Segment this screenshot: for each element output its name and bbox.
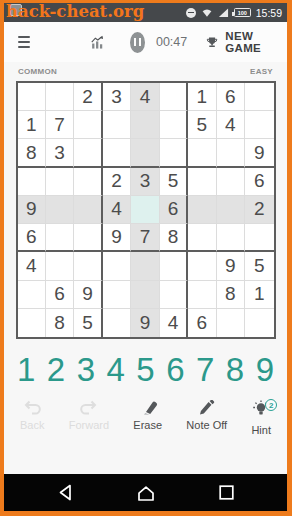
redo-icon (79, 400, 98, 415)
cell-r6c7[interactable] (188, 224, 216, 252)
numpad-key-5[interactable]: 5 (136, 353, 154, 386)
cell-r2c6[interactable] (160, 111, 188, 139)
cell-r9c6[interactable]: 4 (160, 309, 188, 337)
signal-icon (218, 7, 229, 18)
battery-icon: 100 (234, 8, 251, 17)
cell-r2c7[interactable]: 5 (188, 111, 216, 139)
cell-r8c1[interactable] (18, 281, 46, 309)
menu-icon[interactable] (18, 36, 30, 48)
cell-r3c5[interactable] (131, 139, 159, 167)
app-toolbar: 00:47 NEW GAME (4, 22, 287, 62)
numpad-key-3[interactable]: 3 (77, 353, 95, 386)
cell-r5c1[interactable]: 9 (18, 196, 46, 224)
cell-r3c6[interactable] (160, 139, 188, 167)
cell-r4c6[interactable]: 5 (160, 168, 188, 196)
timer: 00:47 (156, 35, 187, 49)
cell-r4c3[interactable] (74, 168, 102, 196)
cell-r3c8[interactable] (217, 139, 245, 167)
status-bar: hack-cheat.org 100 15:59 (4, 3, 287, 22)
cell-r1c3[interactable]: 2 (74, 83, 102, 111)
numpad-key-7[interactable]: 7 (196, 353, 214, 386)
cell-r7c7[interactable] (188, 252, 216, 280)
numpad-key-1[interactable]: 1 (17, 353, 35, 386)
eraser-icon (138, 400, 158, 415)
level-type: COMMON (18, 67, 57, 76)
cell-r8c7[interactable] (188, 281, 216, 309)
cell-r4c4[interactable]: 2 (103, 168, 131, 196)
cell-r7c2[interactable] (46, 252, 74, 280)
cell-r3c7[interactable] (188, 139, 216, 167)
new-game-button[interactable]: NEW GAME (225, 30, 273, 54)
cell-r5c6[interactable]: 6 (160, 196, 188, 224)
cell-r3c1[interactable]: 8 (18, 139, 46, 167)
cell-r1c6[interactable] (160, 83, 188, 111)
cell-r6c1[interactable]: 6 (18, 224, 46, 252)
cell-r2c3[interactable] (74, 111, 102, 139)
note-toggle-button[interactable]: Note Off (186, 396, 227, 446)
nav-home-button[interactable] (126, 485, 166, 501)
cell-r4c7[interactable] (188, 168, 216, 196)
erase-button[interactable]: Erase (133, 396, 162, 446)
cell-r4c1[interactable] (18, 168, 46, 196)
forward-button: Forward (69, 396, 109, 446)
nav-back-button[interactable] (45, 484, 85, 501)
recents-icon (219, 485, 234, 500)
numpad-key-2[interactable]: 2 (47, 353, 65, 386)
cell-r2c2[interactable]: 7 (46, 111, 74, 139)
sudoku-board: 234161754839235694626978495698185946 (16, 81, 276, 339)
cell-r1c4[interactable]: 3 (103, 83, 131, 111)
cell-r7c3[interactable] (74, 252, 102, 280)
cell-r7c1[interactable]: 4 (18, 252, 46, 280)
cell-r1c9[interactable] (245, 83, 273, 111)
cell-r2c4[interactable] (103, 111, 131, 139)
numpad-key-8[interactable]: 8 (226, 353, 244, 386)
cell-r4c8[interactable] (217, 168, 245, 196)
cell-r2c1[interactable]: 1 (18, 111, 46, 139)
cell-r2c9[interactable] (245, 111, 273, 139)
cell-r7c8[interactable]: 9 (217, 252, 245, 280)
cell-r6c6[interactable]: 8 (160, 224, 188, 252)
cell-r5c7[interactable] (188, 196, 216, 224)
cell-r8c3[interactable]: 9 (74, 281, 102, 309)
pause-button[interactable] (130, 32, 145, 53)
cell-r6c9[interactable] (245, 224, 273, 252)
cell-r2c8[interactable]: 4 (217, 111, 245, 139)
cell-r6c4[interactable]: 9 (103, 224, 131, 252)
cell-r5c2[interactable] (46, 196, 74, 224)
cell-r9c1[interactable] (18, 309, 46, 337)
phone-screen: hack-cheat.org 100 15:59 00:47 (0, 0, 292, 516)
undo-icon (23, 400, 42, 415)
status-time: 15:59 (256, 7, 282, 19)
cell-r5c3[interactable] (74, 196, 102, 224)
cell-r7c5[interactable] (131, 252, 159, 280)
watermark: hack-cheat.org (6, 4, 144, 21)
cell-r4c5[interactable]: 3 (131, 168, 159, 196)
cell-r5c8[interactable] (217, 196, 245, 224)
cell-r8c9[interactable]: 1 (245, 281, 273, 309)
cell-r1c2[interactable] (46, 83, 74, 111)
cell-r8c8[interactable]: 8 (217, 281, 245, 309)
action-bar: Back Forward Erase Note Off (4, 396, 287, 446)
cell-r1c7[interactable]: 1 (188, 83, 216, 111)
level-difficulty: EASY (250, 67, 273, 76)
android-nav-bar (4, 474, 287, 511)
level-bar: COMMON EASY (4, 62, 287, 80)
numpad-key-6[interactable]: 6 (166, 353, 184, 386)
back-button: Back (20, 396, 44, 446)
cell-r3c3[interactable] (74, 139, 102, 167)
wifi-icon (201, 7, 213, 18)
cell-r9c4[interactable] (103, 309, 131, 337)
do-not-disturb-icon (186, 8, 196, 18)
cell-r5c9[interactable]: 2 (245, 196, 273, 224)
trophy-icon[interactable] (206, 34, 218, 51)
cell-r7c4[interactable] (103, 252, 131, 280)
cell-r1c5[interactable]: 4 (131, 83, 159, 111)
cell-r3c9[interactable]: 9 (245, 139, 273, 167)
hint-button[interactable]: 2 Hint (251, 396, 271, 446)
cell-r7c9[interactable]: 5 (245, 252, 273, 280)
cell-r8c6[interactable] (160, 281, 188, 309)
cell-r9c5[interactable]: 9 (131, 309, 159, 337)
cell-r6c3[interactable] (74, 224, 102, 252)
cell-r9c8[interactable] (217, 309, 245, 337)
cell-r6c5[interactable]: 7 (131, 224, 159, 252)
cell-r6c2[interactable] (46, 224, 74, 252)
cell-r5c5[interactable] (131, 196, 159, 224)
cell-r4c2[interactable] (46, 168, 74, 196)
cell-r8c5[interactable] (131, 281, 159, 309)
cell-r1c8[interactable]: 6 (217, 83, 245, 111)
back-icon (58, 484, 72, 501)
cell-r9c7[interactable]: 6 (188, 309, 216, 337)
cell-r8c2[interactable]: 6 (46, 281, 74, 309)
cell-r3c2[interactable]: 3 (46, 139, 74, 167)
nav-recents-button[interactable] (206, 485, 246, 500)
cell-r1c1[interactable] (18, 83, 46, 111)
cell-r4c9[interactable]: 6 (245, 168, 273, 196)
cell-r2c5[interactable] (131, 111, 159, 139)
cell-r8c4[interactable] (103, 281, 131, 309)
numpad-key-4[interactable]: 4 (106, 353, 124, 386)
cell-r3c4[interactable] (103, 139, 131, 167)
cell-r9c2[interactable]: 8 (46, 309, 74, 337)
cell-r5c4[interactable]: 4 (103, 196, 131, 224)
cell-r9c3[interactable]: 5 (74, 309, 102, 337)
pencil-icon (198, 400, 215, 415)
cell-r6c8[interactable] (217, 224, 245, 252)
cell-r7c6[interactable] (160, 252, 188, 280)
stats-icon[interactable] (90, 33, 105, 52)
hint-count-badge: 2 (265, 399, 277, 411)
cell-r9c9[interactable] (245, 309, 273, 337)
numpad-key-9[interactable]: 9 (256, 353, 274, 386)
number-pad: 123456789 (4, 348, 287, 390)
home-icon (137, 485, 155, 501)
